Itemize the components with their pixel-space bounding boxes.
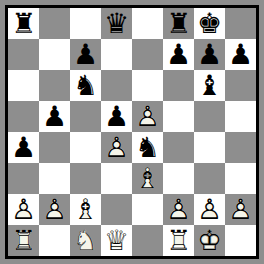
square-c4[interactable] [70, 132, 101, 163]
piece-white-pawn[interactable]: ♙ [39, 194, 70, 225]
square-b7[interactable] [39, 39, 70, 70]
piece-black-queen[interactable]: ♛ [101, 8, 132, 39]
square-d4[interactable]: ♟♙ [101, 132, 132, 163]
piece-white-pawn-fill: ♟ [8, 194, 39, 225]
piece-black-pawn[interactable]: ♟ [70, 39, 101, 70]
square-g8[interactable]: ♚ [194, 8, 225, 39]
square-a4[interactable]: ♟ [8, 132, 39, 163]
square-h6[interactable] [225, 70, 256, 101]
square-d3[interactable] [101, 163, 132, 194]
square-h7[interactable]: ♟ [225, 39, 256, 70]
square-a5[interactable] [8, 101, 39, 132]
square-c1[interactable]: ♞♘ [70, 225, 101, 256]
chess-diagram-page: ♜♛♜♚♟♟♟♟♞♝♟♟♟♙♟♟♙♞♝♗♟♙♟♙♝♗♟♙♟♙♟♙♜♖♞♘♛♕♜♖… [0, 0, 264, 264]
square-h3[interactable] [225, 163, 256, 194]
square-d5[interactable]: ♟ [101, 101, 132, 132]
chessboard: ♜♛♜♚♟♟♟♟♞♝♟♟♟♙♟♟♙♞♝♗♟♙♟♙♝♗♟♙♟♙♟♙♜♖♞♘♛♕♜♖… [8, 8, 256, 256]
piece-white-pawn-fill: ♟ [194, 194, 225, 225]
square-g3[interactable] [194, 163, 225, 194]
square-h5[interactable] [225, 101, 256, 132]
square-b8[interactable] [39, 8, 70, 39]
piece-white-bishop-fill: ♝ [70, 194, 101, 225]
square-a2[interactable]: ♟♙ [8, 194, 39, 225]
piece-black-knight[interactable]: ♞ [132, 132, 163, 163]
square-h2[interactable]: ♟♙ [225, 194, 256, 225]
piece-white-pawn-fill: ♟ [132, 101, 163, 132]
piece-black-king[interactable]: ♚ [194, 8, 225, 39]
piece-black-pawn[interactable]: ♟ [163, 39, 194, 70]
piece-white-knight[interactable]: ♘ [70, 225, 101, 256]
piece-white-pawn[interactable]: ♙ [8, 194, 39, 225]
square-g4[interactable] [194, 132, 225, 163]
piece-white-king[interactable]: ♔ [194, 225, 225, 256]
piece-black-pawn[interactable]: ♟ [8, 132, 39, 163]
piece-white-rook-fill: ♜ [8, 225, 39, 256]
piece-white-pawn[interactable]: ♙ [225, 194, 256, 225]
piece-black-pawn[interactable]: ♟ [225, 39, 256, 70]
square-f6[interactable] [163, 70, 194, 101]
piece-white-king-fill: ♚ [194, 225, 225, 256]
square-c8[interactable] [70, 8, 101, 39]
square-h8[interactable] [225, 8, 256, 39]
square-h1[interactable] [225, 225, 256, 256]
square-a8[interactable]: ♜ [8, 8, 39, 39]
square-d7[interactable] [101, 39, 132, 70]
piece-white-pawn[interactable]: ♙ [194, 194, 225, 225]
square-g7[interactable]: ♟ [194, 39, 225, 70]
piece-black-rook[interactable]: ♜ [8, 8, 39, 39]
square-f3[interactable] [163, 163, 194, 194]
piece-black-pawn[interactable]: ♟ [101, 101, 132, 132]
square-c7[interactable]: ♟ [70, 39, 101, 70]
square-e3[interactable]: ♝♗ [132, 163, 163, 194]
square-c2[interactable]: ♝♗ [70, 194, 101, 225]
piece-white-pawn[interactable]: ♙ [163, 194, 194, 225]
square-g1[interactable]: ♚♔ [194, 225, 225, 256]
piece-black-pawn[interactable]: ♟ [194, 39, 225, 70]
square-b6[interactable] [39, 70, 70, 101]
square-f8[interactable]: ♜ [163, 8, 194, 39]
piece-white-queen[interactable]: ♕ [101, 225, 132, 256]
square-e2[interactable] [132, 194, 163, 225]
piece-white-pawn-fill: ♟ [163, 194, 194, 225]
piece-white-knight-fill: ♞ [70, 225, 101, 256]
square-g5[interactable] [194, 101, 225, 132]
piece-black-knight[interactable]: ♞ [70, 70, 101, 101]
piece-black-bishop[interactable]: ♝ [194, 70, 225, 101]
piece-black-rook[interactable]: ♜ [163, 8, 194, 39]
square-c5[interactable] [70, 101, 101, 132]
square-b1[interactable] [39, 225, 70, 256]
square-g6[interactable]: ♝ [194, 70, 225, 101]
piece-white-bishop-fill: ♝ [132, 163, 163, 194]
square-e6[interactable] [132, 70, 163, 101]
board-frame: ♜♛♜♚♟♟♟♟♞♝♟♟♟♙♟♟♙♞♝♗♟♙♟♙♝♗♟♙♟♙♟♙♜♖♞♘♛♕♜♖… [5, 5, 259, 259]
square-f5[interactable] [163, 101, 194, 132]
square-b4[interactable] [39, 132, 70, 163]
piece-black-pawn[interactable]: ♟ [39, 101, 70, 132]
square-c6[interactable]: ♞ [70, 70, 101, 101]
piece-white-pawn-fill: ♟ [39, 194, 70, 225]
square-f2[interactable]: ♟♙ [163, 194, 194, 225]
piece-white-pawn[interactable]: ♙ [132, 101, 163, 132]
square-b2[interactable]: ♟♙ [39, 194, 70, 225]
square-f4[interactable] [163, 132, 194, 163]
piece-white-rook-fill: ♜ [163, 225, 194, 256]
square-b3[interactable] [39, 163, 70, 194]
piece-white-pawn-fill: ♟ [225, 194, 256, 225]
piece-white-pawn[interactable]: ♙ [101, 132, 132, 163]
square-e8[interactable] [132, 8, 163, 39]
square-f7[interactable]: ♟ [163, 39, 194, 70]
square-h4[interactable] [225, 132, 256, 163]
square-d8[interactable]: ♛ [101, 8, 132, 39]
square-a1[interactable]: ♜♖ [8, 225, 39, 256]
square-e1[interactable] [132, 225, 163, 256]
piece-white-rook[interactable]: ♖ [163, 225, 194, 256]
piece-white-bishop[interactable]: ♗ [132, 163, 163, 194]
square-a7[interactable] [8, 39, 39, 70]
square-d1[interactable]: ♛♕ [101, 225, 132, 256]
square-e4[interactable]: ♞ [132, 132, 163, 163]
square-a3[interactable] [8, 163, 39, 194]
square-a6[interactable] [8, 70, 39, 101]
piece-white-rook[interactable]: ♖ [8, 225, 39, 256]
square-g2[interactable]: ♟♙ [194, 194, 225, 225]
square-c3[interactable] [70, 163, 101, 194]
square-e7[interactable] [132, 39, 163, 70]
square-e5[interactable]: ♟♙ [132, 101, 163, 132]
square-f1[interactable]: ♜♖ [163, 225, 194, 256]
square-b5[interactable]: ♟ [39, 101, 70, 132]
piece-white-pawn-fill: ♟ [101, 132, 132, 163]
piece-white-queen-fill: ♛ [101, 225, 132, 256]
square-d2[interactable] [101, 194, 132, 225]
square-d6[interactable] [101, 70, 132, 101]
piece-white-bishop[interactable]: ♗ [70, 194, 101, 225]
